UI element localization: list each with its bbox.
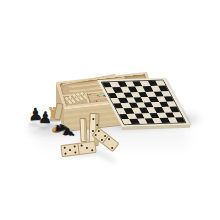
domino-pip <box>108 138 111 141</box>
domino-pip <box>92 118 94 120</box>
domino-pip <box>86 147 88 149</box>
domino-pip <box>98 130 101 133</box>
game-set-product-photo: ♟♟♜♞♟♝ <box>0 0 220 220</box>
mikado-color-band <box>96 100 98 101</box>
domino-pip <box>64 147 66 149</box>
domino-half <box>77 142 95 154</box>
domino-standing-short <box>79 118 87 142</box>
domino-pip <box>65 152 67 154</box>
domino-pip <box>91 149 93 151</box>
domino-pip <box>74 151 76 153</box>
domino-pip <box>81 144 83 146</box>
domino-pip <box>110 146 113 149</box>
domino-half <box>62 144 79 156</box>
domino-pip <box>73 145 75 147</box>
domino-pip <box>94 134 97 137</box>
domino-pip <box>69 149 71 151</box>
board-square <box>175 117 185 122</box>
domino-pip <box>96 124 98 126</box>
mikado-color-band <box>97 95 99 96</box>
